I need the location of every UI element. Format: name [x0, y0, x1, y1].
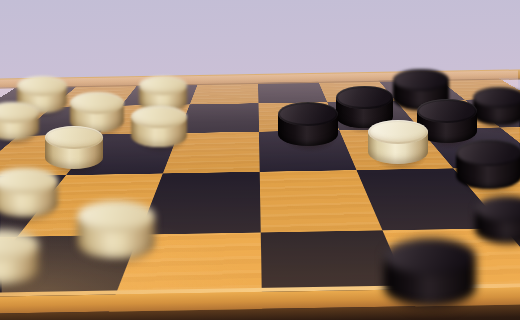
checker-light[interactable]: ⛀	[45, 126, 103, 169]
checker-light[interactable]: ⛀	[0, 230, 39, 285]
piece-top	[336, 86, 393, 109]
piece-top	[139, 76, 187, 95]
piece-top	[45, 126, 103, 149]
checker-light[interactable]: ⛀	[77, 201, 155, 259]
piece-top	[77, 201, 155, 232]
checker-light[interactable]: ⛀	[131, 106, 187, 147]
checker-dark[interactable]: ⛂	[456, 140, 520, 189]
checkers-photo-scene: ⛀⛀⛀⛀⛀⛀⛀⛀⛀⛀⛂⛂⛂⛂⛂⛂⛂⛂	[0, 0, 520, 320]
piece-top	[17, 76, 67, 96]
piece-top	[456, 140, 520, 166]
checker-dark[interactable]: ⛂	[278, 102, 338, 146]
checker-light[interactable]: ⛀	[0, 102, 39, 140]
pieces-layer: ⛀⛀⛀⛀⛀⛀⛀⛀⛀⛀⛂⛂⛂⛂⛂⛂⛂⛂	[0, 0, 520, 320]
piece-top	[473, 87, 520, 108]
checker-dark[interactable]: ⛂	[384, 238, 476, 306]
checker-light[interactable]: ⛀	[0, 168, 58, 217]
piece-top	[70, 92, 124, 114]
checker-dark[interactable]: ⛂	[475, 196, 520, 243]
checker-light[interactable]: ⛀	[368, 120, 428, 164]
piece-top	[384, 238, 476, 275]
piece-top	[278, 102, 338, 126]
piece-top	[368, 120, 428, 144]
